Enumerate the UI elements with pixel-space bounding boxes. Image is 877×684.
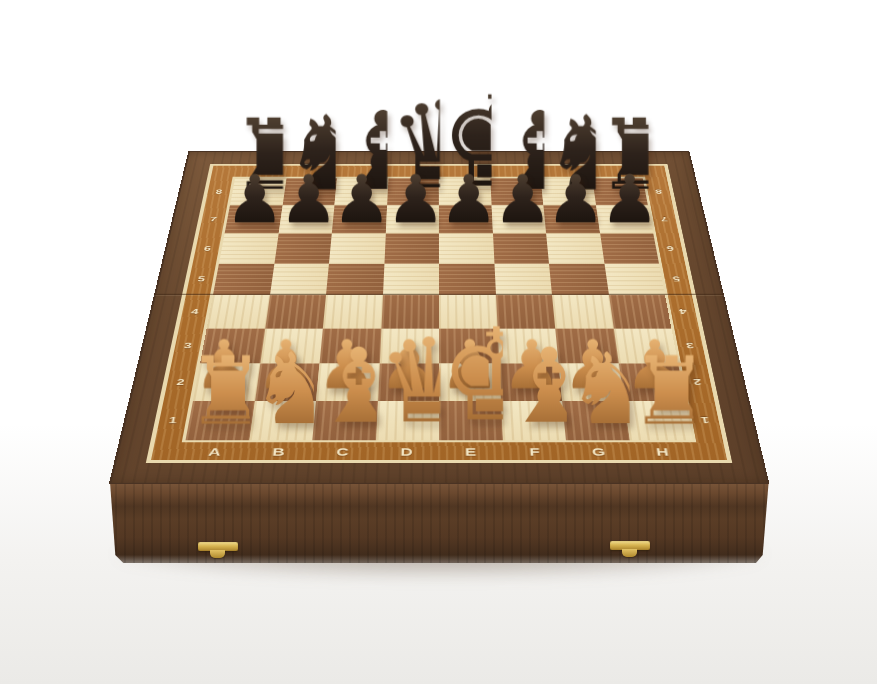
board-grid: ♜♞♝♛♚♝♞♜♟♟♟♟♟♟♟♟♟♟♟♟♟♟♟♟♜♞♝♛♚♝♞♜ [186, 178, 693, 440]
file-label-b: B [272, 445, 287, 457]
file-label-d: D [400, 445, 414, 457]
rank-label-left-1: 1 [168, 415, 178, 426]
file-label-c: C [336, 445, 350, 457]
rank-label-left-8: 8 [215, 188, 223, 195]
square-b5[interactable] [270, 263, 329, 295]
rank-label-right-7: 7 [660, 215, 668, 223]
square-h1[interactable]: ♜ [624, 401, 693, 441]
file-label-f: F [529, 445, 541, 457]
square-h5[interactable] [604, 263, 665, 295]
black-pawn[interactable]: ♟ [225, 166, 278, 232]
square-f7[interactable]: ♟ [491, 205, 546, 233]
rank-label-right-6: 6 [666, 244, 675, 252]
square-h7[interactable]: ♟ [596, 205, 654, 233]
black-pawn[interactable]: ♟ [439, 166, 492, 232]
square-a1[interactable]: ♜ [186, 401, 255, 441]
file-label-e: E [465, 445, 478, 457]
square-c6[interactable] [329, 234, 385, 264]
rank-label-left-7: 7 [209, 215, 217, 223]
rank-label-left-5: 5 [197, 275, 206, 283]
square-b6[interactable] [274, 234, 332, 264]
white-bishop[interactable]: ♝ [502, 336, 565, 439]
square-f6[interactable] [493, 234, 549, 264]
black-pawn[interactable]: ♟ [332, 166, 385, 232]
square-a4[interactable] [207, 295, 270, 328]
square-e5[interactable] [439, 263, 496, 295]
file-labels: ABCDEFGH [182, 443, 697, 461]
file-label-g: G [591, 445, 607, 457]
square-d5[interactable] [383, 263, 440, 295]
square-g4[interactable] [552, 295, 613, 328]
black-pawn[interactable]: ♟ [278, 166, 331, 232]
square-b7[interactable]: ♟ [278, 205, 334, 233]
square-a6[interactable] [219, 234, 278, 264]
black-pawn[interactable]: ♟ [492, 166, 545, 232]
scene: ♜♞♝♛♚♝♞♜♟♟♟♟♟♟♟♟♟♟♟♟♟♟♟♟♜♞♝♛♚♝♞♜ ABCDEFG… [0, 0, 877, 684]
square-c7[interactable]: ♟ [332, 205, 387, 233]
square-h6[interactable] [600, 234, 659, 264]
square-g6[interactable] [546, 234, 604, 264]
square-g5[interactable] [549, 263, 609, 295]
white-knight[interactable]: ♞ [566, 340, 629, 439]
black-pawn[interactable]: ♟ [385, 166, 438, 232]
square-h4[interactable] [609, 295, 672, 328]
square-c5[interactable] [326, 263, 384, 295]
square-c4[interactable] [323, 295, 383, 328]
square-d7[interactable]: ♟ [385, 205, 439, 233]
square-e6[interactable] [439, 234, 494, 264]
white-rook[interactable]: ♜ [629, 344, 692, 438]
square-d6[interactable] [384, 234, 439, 264]
rank-label-left-6: 6 [203, 244, 212, 252]
square-f1[interactable]: ♝ [501, 401, 566, 441]
square-a5[interactable] [213, 263, 274, 295]
file-label-h: H [655, 445, 670, 457]
square-g1[interactable]: ♞ [562, 401, 629, 441]
black-pawn[interactable]: ♟ [599, 166, 652, 232]
square-a7[interactable]: ♟ [225, 205, 283, 233]
square-f5[interactable] [494, 263, 552, 295]
rank-label-left-2: 2 [176, 377, 186, 387]
white-rook[interactable]: ♜ [186, 344, 249, 438]
file-label-a: A [208, 445, 223, 457]
square-b4[interactable] [265, 295, 326, 328]
rank-label-right-5: 5 [672, 275, 681, 283]
square-g7[interactable]: ♟ [543, 205, 599, 233]
chessboard: ♜♞♝♛♚♝♞♜♟♟♟♟♟♟♟♟♟♟♟♟♟♟♟♟♜♞♝♛♚♝♞♜ ABCDEFG… [109, 151, 770, 484]
black-pawn[interactable]: ♟ [546, 166, 599, 232]
square-e7[interactable]: ♟ [439, 205, 493, 233]
photo-stage: ♜♞♝♛♚♝♞♜♟♟♟♟♟♟♟♟♟♟♟♟♟♟♟♟♜♞♝♛♚♝♞♜ ABCDEFG… [0, 0, 877, 684]
